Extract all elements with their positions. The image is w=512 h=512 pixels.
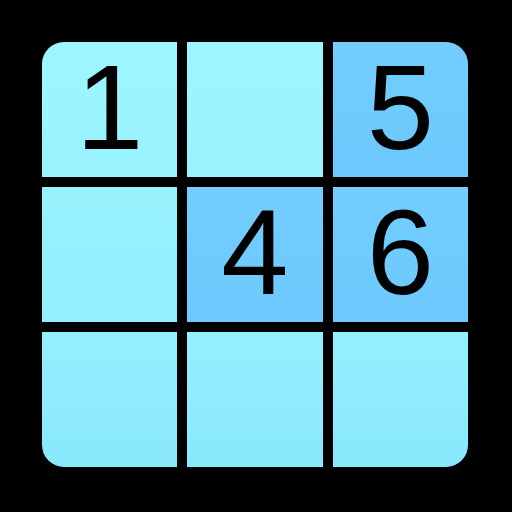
sudoku-board: 1 5 4 6 bbox=[42, 42, 468, 467]
cell-r1c2[interactable] bbox=[187, 42, 322, 177]
cell-r1c3[interactable]: 5 bbox=[333, 42, 468, 177]
canvas: 1 5 4 6 bbox=[0, 0, 512, 512]
cell-r2c2[interactable]: 4 bbox=[187, 187, 322, 322]
cell-r2c3[interactable]: 6 bbox=[333, 187, 468, 322]
cell-r3c2[interactable] bbox=[187, 332, 322, 467]
cell-r3c3[interactable] bbox=[333, 332, 468, 467]
cell-digit: 1 bbox=[76, 47, 143, 168]
cell-digit: 4 bbox=[221, 192, 288, 313]
cell-r3c1[interactable] bbox=[42, 332, 177, 467]
cell-digit: 6 bbox=[367, 192, 434, 313]
cell-r2c1[interactable] bbox=[42, 187, 177, 322]
cell-digit: 5 bbox=[367, 47, 434, 168]
cell-r1c1[interactable]: 1 bbox=[42, 42, 177, 177]
